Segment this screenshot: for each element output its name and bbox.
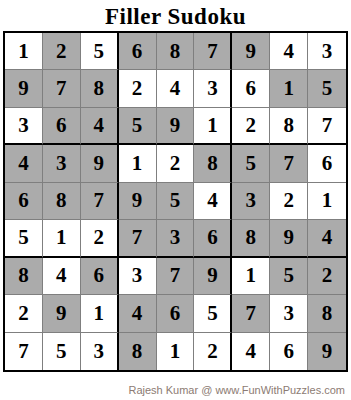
cell-r9c2: 5 (43, 333, 81, 370)
cell-r4c7: 5 (232, 145, 270, 182)
cell-r8c3: 1 (81, 295, 119, 332)
cell-r4c6: 8 (194, 145, 232, 182)
cell-r5c7: 3 (232, 183, 270, 220)
cell-r8c5: 6 (157, 295, 195, 332)
cell-r1c3: 5 (81, 33, 119, 70)
cell-r9c6: 2 (194, 333, 232, 370)
cell-r6c8: 9 (270, 220, 308, 257)
cell-r7c2: 4 (43, 258, 81, 295)
cell-r5c5: 5 (157, 183, 195, 220)
cell-r1c1: 1 (5, 33, 43, 70)
cell-r9c9: 9 (308, 333, 346, 370)
cell-r8c9: 8 (308, 295, 346, 332)
cell-r7c4: 3 (119, 258, 157, 295)
cell-r1c2: 2 (43, 33, 81, 70)
cell-r6c9: 4 (308, 220, 346, 257)
cell-r3c2: 6 (43, 108, 81, 145)
cell-r1c8: 4 (270, 33, 308, 70)
cell-r3c9: 7 (308, 108, 346, 145)
cell-r7c9: 2 (308, 258, 346, 295)
cell-r8c2: 9 (43, 295, 81, 332)
cell-r3c4: 5 (119, 108, 157, 145)
cell-r7c8: 5 (270, 258, 308, 295)
cell-r3c7: 2 (232, 108, 270, 145)
cell-r7c7: 1 (232, 258, 270, 295)
cell-r2c3: 8 (81, 70, 119, 107)
cell-r1c6: 7 (194, 33, 232, 70)
credit-text: Rajesh Kumar @ www.FunWithPuzzles.com (128, 384, 345, 396)
cell-r8c6: 5 (194, 295, 232, 332)
cell-r1c7: 9 (232, 33, 270, 70)
cell-r7c3: 6 (81, 258, 119, 295)
cell-r5c1: 6 (5, 183, 43, 220)
cell-r5c6: 4 (194, 183, 232, 220)
cell-r4c8: 7 (270, 145, 308, 182)
cell-r2c6: 3 (194, 70, 232, 107)
cell-r1c4: 6 (119, 33, 157, 70)
cell-r2c5: 4 (157, 70, 195, 107)
cell-r6c7: 8 (232, 220, 270, 257)
cell-r9c7: 4 (232, 333, 270, 370)
cell-r4c9: 6 (308, 145, 346, 182)
cell-r4c1: 4 (5, 145, 43, 182)
cell-r6c2: 1 (43, 220, 81, 257)
cell-r3c5: 9 (157, 108, 195, 145)
cell-r9c3: 3 (81, 333, 119, 370)
cell-r6c5: 3 (157, 220, 195, 257)
cell-r8c4: 4 (119, 295, 157, 332)
cell-r1c9: 3 (308, 33, 346, 70)
cell-r3c6: 1 (194, 108, 232, 145)
cell-r2c8: 1 (270, 70, 308, 107)
cell-r1c5: 8 (157, 33, 195, 70)
puzzle-title: Filler Sudoku (0, 0, 351, 31)
cell-r5c9: 1 (308, 183, 346, 220)
cell-r9c1: 7 (5, 333, 43, 370)
cell-r3c1: 3 (5, 108, 43, 145)
cell-r2c1: 9 (5, 70, 43, 107)
cell-r2c4: 2 (119, 70, 157, 107)
cell-r3c8: 8 (270, 108, 308, 145)
cell-r6c1: 5 (5, 220, 43, 257)
cell-r7c5: 7 (157, 258, 195, 295)
cell-r3c3: 4 (81, 108, 119, 145)
cell-r7c6: 9 (194, 258, 232, 295)
cell-r5c8: 2 (270, 183, 308, 220)
cell-r4c5: 2 (157, 145, 195, 182)
cell-r5c4: 9 (119, 183, 157, 220)
cell-r6c6: 6 (194, 220, 232, 257)
cell-r8c1: 2 (5, 295, 43, 332)
cell-r5c3: 7 (81, 183, 119, 220)
cell-r2c2: 7 (43, 70, 81, 107)
cell-r8c8: 3 (270, 295, 308, 332)
cell-r5c2: 8 (43, 183, 81, 220)
cell-r9c4: 8 (119, 333, 157, 370)
cell-r4c3: 9 (81, 145, 119, 182)
puzzle-page: Filler Sudoku 12568794397824361536459128… (0, 0, 351, 400)
cell-r6c4: 7 (119, 220, 157, 257)
cell-r2c7: 6 (232, 70, 270, 107)
cell-r9c8: 6 (270, 333, 308, 370)
cell-r2c9: 5 (308, 70, 346, 107)
sudoku-grid: 1256879439782436153645912874391285766879… (3, 31, 348, 372)
cell-r7c1: 8 (5, 258, 43, 295)
cell-r9c5: 1 (157, 333, 195, 370)
cell-r4c4: 1 (119, 145, 157, 182)
cell-r4c2: 3 (43, 145, 81, 182)
cell-r6c3: 2 (81, 220, 119, 257)
cell-r8c7: 7 (232, 295, 270, 332)
